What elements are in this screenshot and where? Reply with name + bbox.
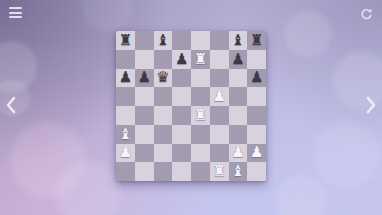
bokeh-circle bbox=[282, 8, 334, 60]
restart-icon[interactable] bbox=[360, 6, 373, 19]
black-pawn[interactable]: ♟ bbox=[119, 70, 132, 85]
black-pawn[interactable]: ♟ bbox=[231, 51, 244, 66]
square-e2[interactable] bbox=[191, 144, 210, 163]
square-e4[interactable]: ♜ bbox=[191, 106, 210, 125]
square-b1[interactable] bbox=[135, 162, 154, 181]
white-bishop[interactable]: ♝ bbox=[231, 164, 244, 179]
square-d2[interactable] bbox=[172, 144, 191, 163]
square-f1[interactable]: ♜ bbox=[210, 162, 229, 181]
square-h8[interactable]: ♜ bbox=[247, 31, 266, 50]
square-b5[interactable] bbox=[135, 87, 154, 106]
white-rook[interactable]: ♜ bbox=[194, 51, 207, 66]
app-window: ♜♝♝♜♟♜♟♟♟♛♟♟♜♝♟♟♟♜♝ bbox=[0, 0, 382, 215]
square-h6[interactable]: ♟ bbox=[247, 69, 266, 88]
square-g5[interactable] bbox=[229, 87, 248, 106]
square-f5[interactable]: ♟ bbox=[210, 87, 229, 106]
black-pawn[interactable]: ♟ bbox=[137, 70, 150, 85]
black-rook[interactable]: ♜ bbox=[250, 32, 263, 47]
square-h3[interactable] bbox=[247, 125, 266, 144]
white-pawn[interactable]: ♟ bbox=[231, 145, 244, 160]
hamburger-menu-icon[interactable] bbox=[9, 7, 22, 18]
square-a3[interactable]: ♝ bbox=[116, 125, 135, 144]
square-d7[interactable]: ♟ bbox=[172, 50, 191, 69]
square-h1[interactable] bbox=[247, 162, 266, 181]
white-pawn[interactable]: ♟ bbox=[250, 145, 263, 160]
square-h7[interactable] bbox=[247, 50, 266, 69]
square-g8[interactable]: ♝ bbox=[229, 31, 248, 50]
square-d3[interactable] bbox=[172, 125, 191, 144]
square-e1[interactable] bbox=[191, 162, 210, 181]
square-f8[interactable] bbox=[210, 31, 229, 50]
square-e3[interactable] bbox=[191, 125, 210, 144]
chevron-left-icon[interactable] bbox=[5, 96, 17, 114]
square-e7[interactable]: ♜ bbox=[191, 50, 210, 69]
square-a5[interactable] bbox=[116, 87, 135, 106]
square-a1[interactable] bbox=[116, 162, 135, 181]
square-d4[interactable] bbox=[172, 106, 191, 125]
square-f3[interactable] bbox=[210, 125, 229, 144]
square-c2[interactable] bbox=[154, 144, 173, 163]
square-c6[interactable]: ♛ bbox=[154, 69, 173, 88]
square-c7[interactable] bbox=[154, 50, 173, 69]
bokeh-circle bbox=[272, 172, 330, 215]
black-bishop[interactable]: ♝ bbox=[156, 32, 169, 47]
square-d1[interactable] bbox=[172, 162, 191, 181]
square-a7[interactable] bbox=[116, 50, 135, 69]
square-d5[interactable] bbox=[172, 87, 191, 106]
square-c8[interactable]: ♝ bbox=[154, 31, 173, 50]
chess-board: ♜♝♝♜♟♜♟♟♟♛♟♟♜♝♟♟♟♜♝ bbox=[116, 31, 266, 181]
chevron-right-icon[interactable] bbox=[365, 96, 377, 114]
square-g3[interactable] bbox=[229, 125, 248, 144]
white-pawn[interactable]: ♟ bbox=[212, 89, 225, 104]
square-g7[interactable]: ♟ bbox=[229, 50, 248, 69]
bokeh-circle bbox=[52, 158, 124, 215]
square-g4[interactable] bbox=[229, 106, 248, 125]
bokeh-circle bbox=[6, 118, 90, 202]
square-b6[interactable]: ♟ bbox=[135, 69, 154, 88]
square-f2[interactable] bbox=[210, 144, 229, 163]
bokeh-circle bbox=[80, 0, 136, 34]
white-rook[interactable]: ♜ bbox=[212, 164, 225, 179]
square-c3[interactable] bbox=[154, 125, 173, 144]
square-e6[interactable] bbox=[191, 69, 210, 88]
square-e5[interactable] bbox=[191, 87, 210, 106]
square-a6[interactable]: ♟ bbox=[116, 69, 135, 88]
square-c1[interactable] bbox=[154, 162, 173, 181]
square-c4[interactable] bbox=[154, 106, 173, 125]
square-b7[interactable] bbox=[135, 50, 154, 69]
black-rook[interactable]: ♜ bbox=[119, 32, 132, 47]
square-h4[interactable] bbox=[247, 106, 266, 125]
square-a8[interactable]: ♜ bbox=[116, 31, 135, 50]
bokeh-circle bbox=[0, 38, 40, 96]
square-g6[interactable] bbox=[229, 69, 248, 88]
square-a2[interactable]: ♟ bbox=[116, 144, 135, 163]
square-c5[interactable] bbox=[154, 87, 173, 106]
square-f6[interactable] bbox=[210, 69, 229, 88]
black-bishop[interactable]: ♝ bbox=[231, 32, 244, 47]
square-g1[interactable]: ♝ bbox=[229, 162, 248, 181]
square-h5[interactable] bbox=[247, 87, 266, 106]
bokeh-circle bbox=[310, 118, 382, 192]
square-g2[interactable]: ♟ bbox=[229, 144, 248, 163]
square-b8[interactable] bbox=[135, 31, 154, 50]
white-bishop[interactable]: ♝ bbox=[119, 126, 132, 141]
white-pawn[interactable]: ♟ bbox=[119, 145, 132, 160]
white-rook[interactable]: ♜ bbox=[194, 107, 207, 122]
black-pawn[interactable]: ♟ bbox=[175, 51, 188, 66]
square-d8[interactable] bbox=[172, 31, 191, 50]
square-b2[interactable] bbox=[135, 144, 154, 163]
square-b4[interactable] bbox=[135, 106, 154, 125]
square-a4[interactable] bbox=[116, 106, 135, 125]
black-pawn[interactable]: ♟ bbox=[250, 70, 263, 85]
square-f7[interactable] bbox=[210, 50, 229, 69]
square-e8[interactable] bbox=[191, 31, 210, 50]
square-b3[interactable] bbox=[135, 125, 154, 144]
square-d6[interactable] bbox=[172, 69, 191, 88]
square-f4[interactable] bbox=[210, 106, 229, 125]
square-h2[interactable]: ♟ bbox=[247, 144, 266, 163]
black-queen[interactable]: ♛ bbox=[156, 70, 169, 85]
